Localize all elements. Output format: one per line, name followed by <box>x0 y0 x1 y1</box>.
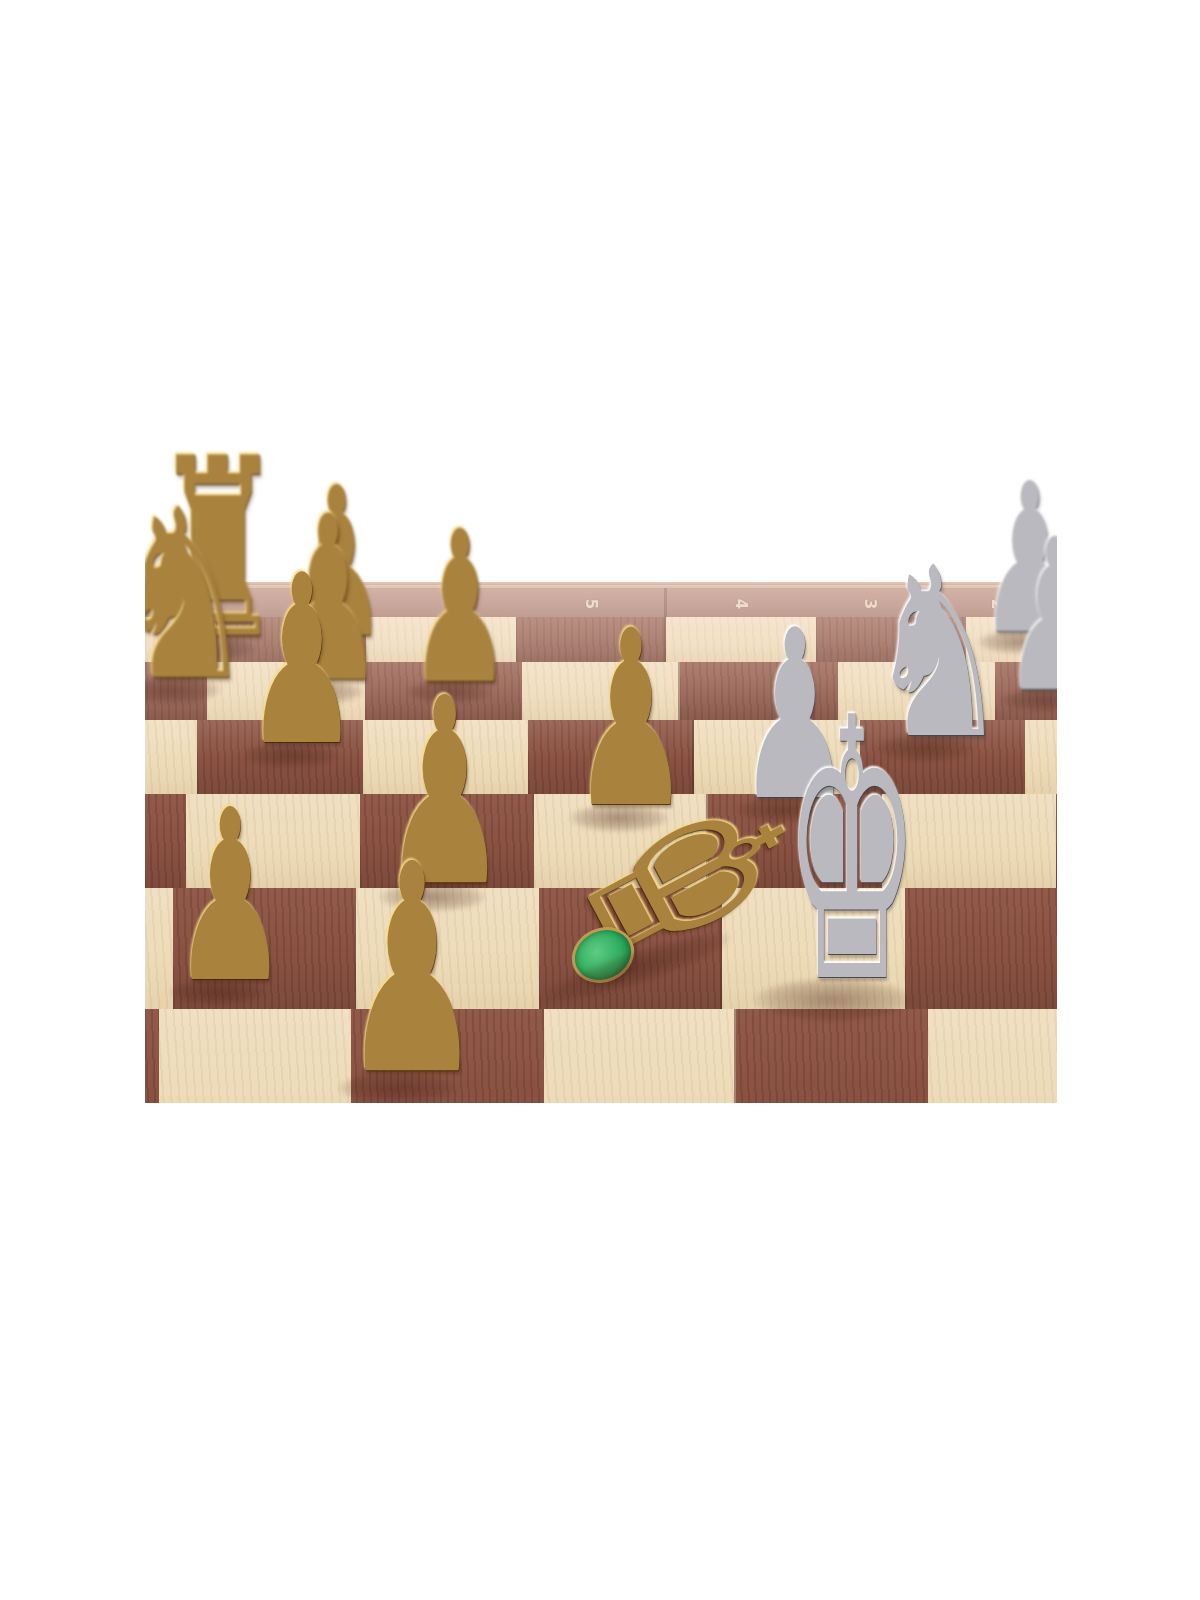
board-square <box>736 1009 928 1103</box>
board-row <box>145 662 1057 720</box>
board-square <box>145 888 173 1009</box>
board-row <box>145 1009 1057 1103</box>
board-square <box>928 1009 1057 1103</box>
board-square <box>1056 794 1057 888</box>
board-square <box>516 617 666 662</box>
board-square <box>365 662 523 720</box>
board-square <box>145 720 197 794</box>
coordinate-label: 4 <box>731 594 751 614</box>
board-square <box>816 617 966 662</box>
board-square <box>882 794 1056 888</box>
board-square <box>363 720 529 794</box>
board-square <box>366 617 516 662</box>
board-square <box>966 617 1057 662</box>
board-square <box>722 888 905 1009</box>
board-square <box>905 888 1057 1009</box>
coordinate-label: 2 <box>987 594 1007 614</box>
board-square <box>197 720 363 794</box>
board-square <box>995 662 1057 720</box>
board-fold-seam <box>664 588 667 619</box>
board-square <box>216 617 366 662</box>
board-square <box>666 617 816 662</box>
board-row <box>145 794 1057 888</box>
board-square <box>838 662 996 720</box>
board: 5432♜♞♟♟♟♟♟♚♟♟♟♟♟♞♟♚ <box>145 440 1057 1103</box>
board-row <box>145 617 1057 662</box>
board-square <box>534 794 708 888</box>
board-square <box>145 1009 159 1103</box>
board-square <box>694 720 860 794</box>
board-square <box>360 794 534 888</box>
board-square <box>173 888 356 1009</box>
coordinate-label: 5 <box>581 594 601 614</box>
board-square <box>145 617 216 662</box>
board-square <box>528 720 694 794</box>
board-square <box>680 662 838 720</box>
board-square <box>207 662 365 720</box>
board-square <box>544 1009 736 1103</box>
board-square <box>708 794 882 888</box>
board-square <box>145 794 186 888</box>
board-square <box>145 662 207 720</box>
coordinate-label: 3 <box>860 594 880 614</box>
board-square <box>356 888 539 1009</box>
chess-set-photo: 5432♜♞♟♟♟♟♟♚♟♟♟♟♟♞♟♚ <box>145 440 1057 1103</box>
board-square <box>522 662 680 720</box>
board-square <box>159 1009 351 1103</box>
board-row <box>145 720 1057 794</box>
board-square <box>351 1009 543 1103</box>
board-square <box>186 794 360 888</box>
board-square <box>860 720 1026 794</box>
board-border: 5432 <box>145 588 1057 619</box>
page: { "game": "chess", "scene": { "type": "p… <box>0 0 1200 1600</box>
board-square <box>1025 720 1057 794</box>
